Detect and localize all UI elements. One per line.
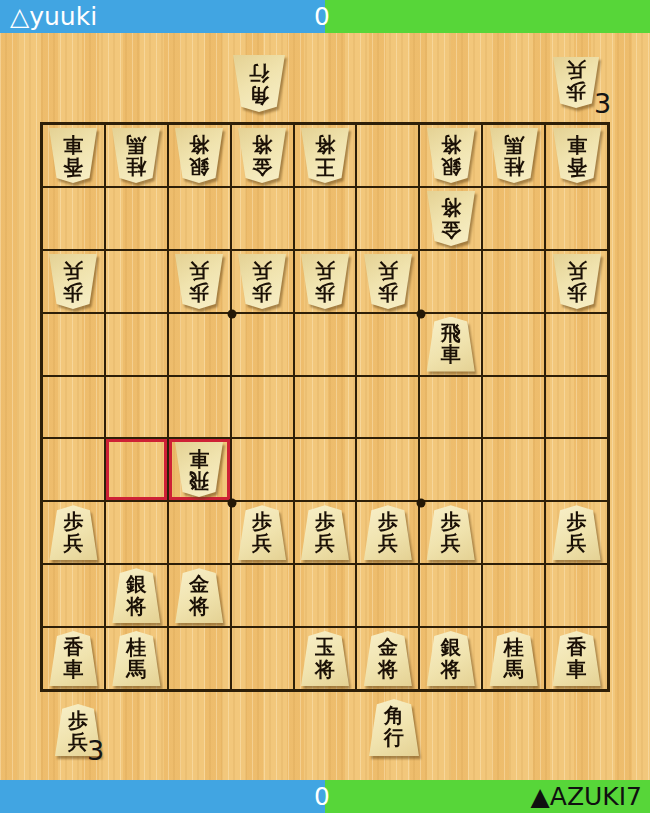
- square-1f[interactable]: [545, 438, 608, 501]
- shogi-piece-knight-sente[interactable]: 桂馬: [111, 631, 161, 686]
- square-9h[interactable]: [42, 564, 105, 627]
- square-6b[interactable]: [231, 187, 294, 250]
- square-3d[interactable]: 飛車: [419, 313, 482, 376]
- piece-kanji: 将: [252, 134, 272, 156]
- star-point: [417, 310, 426, 319]
- square-5c[interactable]: 歩兵: [294, 250, 357, 313]
- piece-face: 歩兵: [48, 505, 98, 560]
- square-6h[interactable]: [231, 564, 294, 627]
- shogi-piece-gold-gote[interactable]: 金将: [237, 128, 287, 183]
- shogi-piece-king-gote[interactable]: 王将: [300, 128, 350, 183]
- square-4e[interactable]: [356, 376, 419, 439]
- top-player-score: 0: [305, 0, 339, 33]
- piece-kanji: 銀: [441, 637, 461, 659]
- sente-hand-bishop[interactable]: 角行: [368, 699, 420, 756]
- square-8b[interactable]: [105, 187, 168, 250]
- piece-kanji: 兵: [315, 260, 335, 282]
- square-9c[interactable]: 歩兵: [42, 250, 105, 313]
- piece-kanji: 将: [441, 659, 461, 681]
- top-player-name: △yuuki: [10, 0, 97, 33]
- piece-kanji: 桂: [504, 637, 524, 659]
- piece-kanji: 銀: [126, 574, 146, 596]
- shogi-piece-silver-gote[interactable]: 銀将: [426, 128, 476, 183]
- piece-face: 金将: [363, 631, 413, 686]
- bottom-player-name: ▲AZUKI7: [531, 780, 642, 813]
- gote-hand-bishop[interactable]: 角行: [232, 55, 286, 112]
- square-8c[interactable]: [105, 250, 168, 313]
- square-6f[interactable]: [231, 438, 294, 501]
- square-6a[interactable]: 金将: [231, 124, 294, 187]
- sente-pawn-count: 3: [87, 735, 104, 766]
- square-7a[interactable]: 銀将: [168, 124, 231, 187]
- square-2a[interactable]: 桂馬: [482, 124, 545, 187]
- piece-kanji: 桂: [126, 637, 146, 659]
- piece-face: 銀将: [426, 128, 476, 183]
- piece-face: 銀将: [174, 128, 224, 183]
- piece-face: 桂馬: [111, 631, 161, 686]
- piece-face: 香車: [552, 631, 602, 686]
- square-8g[interactable]: [105, 501, 168, 564]
- piece-kanji: 歩: [315, 281, 335, 303]
- square-8a[interactable]: 桂馬: [105, 124, 168, 187]
- square-2e[interactable]: [482, 376, 545, 439]
- square-7i[interactable]: [168, 627, 231, 690]
- shogi-piece-gold-sente[interactable]: 金将: [174, 568, 224, 623]
- shogi-piece-pawn-sente[interactable]: 歩兵: [363, 505, 413, 560]
- top-bar-green-section: [325, 0, 650, 33]
- square-5b[interactable]: [294, 187, 357, 250]
- piece-kanji: 歩: [315, 511, 335, 533]
- piece-kanji: 角: [384, 705, 404, 727]
- square-1d[interactable]: [545, 313, 608, 376]
- square-5h[interactable]: [294, 564, 357, 627]
- shogi-piece-pawn-gote[interactable]: 歩兵: [174, 254, 224, 309]
- top-player-bar: △yuuki 0: [0, 0, 650, 33]
- shogi-piece-pawn-gote[interactable]: 歩兵: [552, 57, 600, 108]
- piece-kanji: 歩: [567, 281, 587, 303]
- shogi-piece-knight-gote[interactable]: 桂馬: [111, 128, 161, 183]
- shogi-piece-king-sente[interactable]: 玉将: [300, 631, 350, 686]
- piece-kanji: 金: [378, 637, 398, 659]
- square-3g[interactable]: 歩兵: [419, 501, 482, 564]
- shogi-piece-lance-sente[interactable]: 香車: [552, 631, 602, 686]
- piece-kanji: 馬: [126, 134, 146, 156]
- piece-kanji: 車: [189, 448, 209, 470]
- square-7b[interactable]: [168, 187, 231, 250]
- piece-kanji: 行: [249, 63, 269, 85]
- square-2f[interactable]: [482, 438, 545, 501]
- piece-face: 金将: [174, 568, 224, 623]
- piece-kanji: 歩: [378, 281, 398, 303]
- shogi-piece-pawn-sente[interactable]: 歩兵: [300, 505, 350, 560]
- square-3c[interactable]: [419, 250, 482, 313]
- piece-face: 飛車: [174, 442, 224, 497]
- piece-kanji: 歩: [566, 80, 586, 102]
- piece-face: 香車: [552, 128, 602, 183]
- square-3f[interactable]: [419, 438, 482, 501]
- piece-kanji: 兵: [441, 533, 461, 555]
- square-3b[interactable]: 金将: [419, 187, 482, 250]
- piece-kanji: 歩: [68, 710, 88, 732]
- square-6g[interactable]: 歩兵: [231, 501, 294, 564]
- piece-face: 歩兵: [363, 505, 413, 560]
- piece-face: 歩兵: [237, 505, 287, 560]
- square-4a[interactable]: [356, 124, 419, 187]
- piece-face: 桂馬: [111, 128, 161, 183]
- piece-kanji: 歩: [441, 511, 461, 533]
- piece-kanji: 香: [63, 155, 83, 177]
- shogi-piece-silver-sente[interactable]: 銀将: [426, 631, 476, 686]
- piece-kanji: 兵: [566, 59, 586, 81]
- piece-face: 歩兵: [552, 254, 602, 309]
- piece-kanji: 歩: [63, 281, 83, 303]
- square-9d[interactable]: [42, 313, 105, 376]
- star-point: [228, 499, 237, 508]
- square-1e[interactable]: [545, 376, 608, 439]
- square-1i[interactable]: 香車: [545, 627, 608, 690]
- square-7h[interactable]: 金将: [168, 564, 231, 627]
- piece-face: 歩兵: [552, 505, 602, 560]
- square-4f[interactable]: [356, 438, 419, 501]
- square-5d[interactable]: [294, 313, 357, 376]
- piece-face: 歩兵: [426, 505, 476, 560]
- square-1a[interactable]: 香車: [545, 124, 608, 187]
- shogi-piece-silver-sente[interactable]: 銀将: [111, 568, 161, 623]
- square-2b[interactable]: [482, 187, 545, 250]
- square-7f[interactable]: 飛車: [168, 438, 231, 501]
- shogi-piece-gold-gote[interactable]: 金将: [426, 191, 476, 246]
- shogi-piece-pawn-sente[interactable]: 歩兵: [552, 505, 602, 560]
- piece-kanji: 将: [315, 659, 335, 681]
- square-6i[interactable]: [231, 627, 294, 690]
- square-9a[interactable]: 香車: [42, 124, 105, 187]
- piece-kanji: 車: [63, 134, 83, 156]
- piece-face: 角行: [232, 55, 286, 112]
- piece-kanji: 香: [567, 155, 587, 177]
- piece-kanji: 銀: [189, 155, 209, 177]
- square-3a[interactable]: 銀将: [419, 124, 482, 187]
- piece-kanji: 兵: [567, 260, 587, 282]
- shogi-piece-pawn-gote[interactable]: 歩兵: [363, 254, 413, 309]
- shogi-piece-knight-sente[interactable]: 桂馬: [489, 631, 539, 686]
- square-7d[interactable]: [168, 313, 231, 376]
- square-4d[interactable]: [356, 313, 419, 376]
- star-point: [228, 310, 237, 319]
- piece-kanji: 歩: [567, 511, 587, 533]
- square-8e[interactable]: [105, 376, 168, 439]
- piece-kanji: 兵: [68, 732, 88, 754]
- shogi-piece-lance-gote[interactable]: 香車: [48, 128, 98, 183]
- shogi-piece-rook-gote[interactable]: 飛車: [174, 442, 224, 497]
- piece-kanji: 金: [441, 218, 461, 240]
- piece-kanji: 兵: [567, 533, 587, 555]
- piece-kanji: 玉: [315, 637, 335, 659]
- piece-kanji: 兵: [63, 260, 83, 282]
- shogi-piece-bishop-sente[interactable]: 角行: [368, 699, 420, 756]
- square-5e[interactable]: [294, 376, 357, 439]
- shogi-piece-pawn-sente[interactable]: 歩兵: [48, 505, 98, 560]
- piece-kanji: 将: [189, 596, 209, 618]
- piece-kanji: 兵: [63, 533, 83, 555]
- shogi-piece-pawn-gote[interactable]: 歩兵: [552, 254, 602, 309]
- star-point: [417, 499, 426, 508]
- bottom-player-score: 0: [305, 780, 339, 813]
- piece-kanji: 将: [441, 134, 461, 156]
- piece-kanji: 兵: [252, 260, 272, 282]
- piece-face: 香車: [48, 128, 98, 183]
- square-9b[interactable]: [42, 187, 105, 250]
- piece-kanji: 歩: [252, 281, 272, 303]
- piece-kanji: 馬: [126, 659, 146, 681]
- piece-face: 桂馬: [489, 128, 539, 183]
- square-1b[interactable]: [545, 187, 608, 250]
- piece-kanji: 王: [315, 155, 335, 177]
- shogi-piece-gold-sente[interactable]: 金将: [363, 631, 413, 686]
- square-5f[interactable]: [294, 438, 357, 501]
- square-9i[interactable]: 香車: [42, 627, 105, 690]
- piece-kanji: 金: [189, 574, 209, 596]
- piece-face: 香車: [48, 631, 98, 686]
- square-3i[interactable]: 銀将: [419, 627, 482, 690]
- square-6c[interactable]: 歩兵: [231, 250, 294, 313]
- square-5i[interactable]: 玉将: [294, 627, 357, 690]
- piece-kanji: 将: [315, 134, 335, 156]
- piece-face: 歩兵: [552, 57, 600, 108]
- shogi-piece-pawn-gote[interactable]: 歩兵: [48, 254, 98, 309]
- piece-kanji: 兵: [252, 533, 272, 555]
- piece-kanji: 行: [384, 727, 404, 749]
- shogi-piece-pawn-sente[interactable]: 歩兵: [237, 505, 287, 560]
- piece-kanji: 兵: [189, 260, 209, 282]
- shogi-piece-lance-gote[interactable]: 香車: [552, 128, 602, 183]
- piece-kanji: 桂: [504, 155, 524, 177]
- square-8i[interactable]: 桂馬: [105, 627, 168, 690]
- square-2h[interactable]: [482, 564, 545, 627]
- square-8d[interactable]: [105, 313, 168, 376]
- piece-kanji: 歩: [189, 281, 209, 303]
- piece-kanji: 将: [126, 596, 146, 618]
- square-3h[interactable]: [419, 564, 482, 627]
- shogi-piece-knight-gote[interactable]: 桂馬: [489, 128, 539, 183]
- piece-kanji: 車: [441, 344, 461, 366]
- square-4b[interactable]: [356, 187, 419, 250]
- square-8f[interactable]: [105, 438, 168, 501]
- square-1h[interactable]: [545, 564, 608, 627]
- square-5a[interactable]: 王将: [294, 124, 357, 187]
- piece-kanji: 車: [567, 659, 587, 681]
- piece-face: 歩兵: [48, 254, 98, 309]
- piece-kanji: 馬: [504, 659, 524, 681]
- piece-face: 金将: [426, 191, 476, 246]
- bottom-bar-blue-section: [0, 780, 325, 813]
- shogi-board: 香車桂馬銀将金将王将銀将桂馬香車金将歩兵歩兵歩兵歩兵歩兵歩兵飛車飛車歩兵歩兵歩兵…: [40, 122, 610, 692]
- shogi-piece-pawn-gote[interactable]: 歩兵: [237, 254, 287, 309]
- square-1g[interactable]: 歩兵: [545, 501, 608, 564]
- square-6e[interactable]: [231, 376, 294, 439]
- shogi-piece-rook-sente[interactable]: 飛車: [426, 317, 476, 372]
- piece-kanji: 飛: [189, 470, 209, 492]
- square-7g[interactable]: [168, 501, 231, 564]
- piece-kanji: 歩: [252, 511, 272, 533]
- gote-hand-pawn[interactable]: 歩兵: [552, 57, 600, 108]
- piece-face: 桂馬: [489, 631, 539, 686]
- bottom-player-bar: 0 ▲AZUKI7: [0, 780, 650, 813]
- square-9e[interactable]: [42, 376, 105, 439]
- shogi-piece-bishop-gote[interactable]: 角行: [232, 55, 286, 112]
- square-2i[interactable]: 桂馬: [482, 627, 545, 690]
- piece-kanji: 兵: [378, 533, 398, 555]
- shogi-piece-lance-sente[interactable]: 香車: [48, 631, 98, 686]
- square-7e[interactable]: [168, 376, 231, 439]
- piece-kanji: 馬: [504, 134, 524, 156]
- shogi-piece-pawn-gote[interactable]: 歩兵: [300, 254, 350, 309]
- square-2c[interactable]: [482, 250, 545, 313]
- piece-face: 銀将: [426, 631, 476, 686]
- piece-face: 歩兵: [237, 254, 287, 309]
- square-7c[interactable]: 歩兵: [168, 250, 231, 313]
- square-5g[interactable]: 歩兵: [294, 501, 357, 564]
- piece-kanji: 銀: [441, 155, 461, 177]
- piece-face: 銀将: [111, 568, 161, 623]
- shogi-piece-pawn-sente[interactable]: 歩兵: [426, 505, 476, 560]
- piece-kanji: 香: [63, 637, 83, 659]
- piece-kanji: 金: [252, 155, 272, 177]
- square-3e[interactable]: [419, 376, 482, 439]
- piece-face: 歩兵: [300, 505, 350, 560]
- piece-face: 玉将: [300, 631, 350, 686]
- piece-kanji: 車: [63, 659, 83, 681]
- piece-kanji: 香: [567, 637, 587, 659]
- piece-kanji: 車: [567, 134, 587, 156]
- piece-kanji: 将: [189, 134, 209, 156]
- piece-face: 歩兵: [363, 254, 413, 309]
- piece-kanji: 将: [378, 659, 398, 681]
- square-6d[interactable]: [231, 313, 294, 376]
- piece-kanji: 角: [249, 84, 269, 106]
- piece-kanji: 飛: [441, 323, 461, 345]
- piece-kanji: 兵: [378, 260, 398, 282]
- square-4g[interactable]: 歩兵: [356, 501, 419, 564]
- square-4c[interactable]: 歩兵: [356, 250, 419, 313]
- piece-face: 飛車: [426, 317, 476, 372]
- piece-face: 歩兵: [300, 254, 350, 309]
- square-8h[interactable]: 銀将: [105, 564, 168, 627]
- square-1c[interactable]: 歩兵: [545, 250, 608, 313]
- shogi-app: △yuuki 0 香車桂馬銀将金将王将銀将桂馬香車金将歩兵歩兵歩兵歩兵歩兵歩兵飛…: [0, 0, 650, 813]
- piece-kanji: 桂: [126, 155, 146, 177]
- piece-face: 角行: [368, 699, 420, 756]
- gote-pawn-count: 3: [594, 88, 611, 119]
- piece-kanji: 兵: [315, 533, 335, 555]
- square-9f[interactable]: [42, 438, 105, 501]
- shogi-piece-silver-gote[interactable]: 銀将: [174, 128, 224, 183]
- piece-kanji: 歩: [378, 511, 398, 533]
- square-2d[interactable]: [482, 313, 545, 376]
- square-4i[interactable]: 金将: [356, 627, 419, 690]
- square-9g[interactable]: 歩兵: [42, 501, 105, 564]
- square-2g[interactable]: [482, 501, 545, 564]
- piece-face: 王将: [300, 128, 350, 183]
- piece-face: 金将: [237, 128, 287, 183]
- piece-face: 歩兵: [174, 254, 224, 309]
- piece-kanji: 将: [441, 197, 461, 219]
- square-4h[interactable]: [356, 564, 419, 627]
- piece-kanji: 歩: [63, 511, 83, 533]
